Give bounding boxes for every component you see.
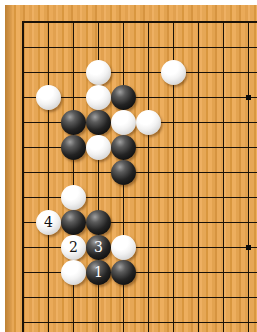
- go-diagram-screenshot: 4231: [0, 0, 257, 332]
- stone-white-C9: [61, 260, 86, 285]
- stone-white-D14: [86, 135, 111, 160]
- stone-white-C12: [61, 185, 86, 210]
- grid-line-horizontal-3: [22, 72, 257, 73]
- grid-line-horizontal-7: [22, 172, 257, 173]
- stone-black-D15: [86, 110, 111, 135]
- grid-line-vertical-1: [22, 21, 24, 332]
- stone-black-C14: [61, 135, 86, 160]
- stone-black-C11: [61, 210, 86, 235]
- grid-line-vertical-6: [148, 21, 149, 332]
- stone-white-B11-move-4: 4: [36, 210, 61, 235]
- stone-black-D9-move-1: 1: [86, 260, 111, 285]
- grid-line-horizontal-6: [22, 147, 257, 148]
- move-number-label: 1: [86, 260, 111, 285]
- grid-line-vertical-10: [248, 21, 249, 332]
- stone-white-F15: [136, 110, 161, 135]
- go-board[interactable]: 4231: [5, 5, 257, 332]
- grid-line-horizontal-1: [22, 21, 257, 23]
- star-point-10-10: [246, 245, 251, 250]
- grid-line-vertical-8: [198, 21, 199, 332]
- stone-black-D10-move-3: 3: [86, 235, 111, 260]
- stone-white-D17: [86, 60, 111, 85]
- stone-white-E10: [111, 235, 136, 260]
- stone-white-B16: [36, 85, 61, 110]
- grid-line-horizontal-10: [22, 247, 257, 248]
- stone-black-E13: [111, 160, 136, 185]
- grid-line-horizontal-12: [22, 297, 257, 298]
- grid-line-horizontal-13: [22, 322, 257, 323]
- star-point-10-4: [246, 95, 251, 100]
- stone-black-E14: [111, 135, 136, 160]
- stone-black-E9: [111, 260, 136, 285]
- grid-line-vertical-9: [223, 21, 224, 332]
- stone-black-C15: [61, 110, 86, 135]
- stone-white-E15: [111, 110, 136, 135]
- move-number-label: 3: [86, 235, 111, 260]
- stone-white-G17: [161, 60, 186, 85]
- grid-line-horizontal-11: [22, 272, 257, 273]
- stone-black-D11: [86, 210, 111, 235]
- grid-line-horizontal-8: [22, 197, 257, 198]
- grid-line-vertical-2: [48, 21, 49, 332]
- grid-line-horizontal-2: [22, 47, 257, 48]
- stone-white-C10-move-2: 2: [61, 235, 86, 260]
- wood-grain-dark-strip: [5, 5, 12, 332]
- stone-white-D16: [86, 85, 111, 110]
- move-number-label: 2: [61, 235, 86, 260]
- move-number-label: 4: [36, 210, 61, 235]
- stone-black-E16: [111, 85, 136, 110]
- grid-line-vertical-3: [73, 21, 74, 332]
